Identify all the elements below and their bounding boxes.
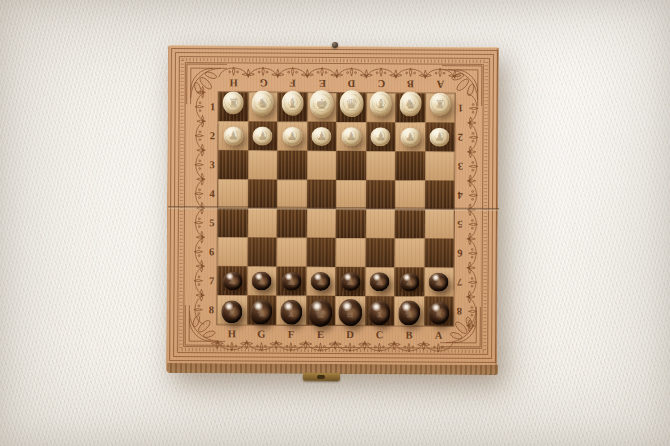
square-g6[interactable]: [247, 237, 277, 266]
brass-clasp[interactable]: [303, 373, 340, 381]
file-label-bottom-d: D: [335, 328, 365, 340]
square-h5[interactable]: [218, 208, 248, 237]
piece-white-pawn-h2[interactable]: ♟: [223, 126, 243, 145]
square-h2[interactable]: ♟: [218, 121, 248, 150]
hinge-screw: [332, 42, 338, 48]
file-label-bottom-b: B: [394, 328, 424, 340]
square-a8[interactable]: ♜: [424, 297, 454, 326]
fur-backdrop: HGFEDCBA HGFEDCBA 12345678 12345678 ♜♞♝♚…: [0, 0, 670, 446]
rank-label-left-8: 8: [205, 295, 217, 324]
square-d1[interactable]: ♛: [337, 93, 367, 122]
square-c6[interactable]: [365, 238, 395, 267]
piece-black-knight-g8[interactable]: ♞: [251, 300, 273, 325]
rank-label-right-4: 4: [454, 181, 466, 210]
file-label-top-d: D: [337, 78, 367, 90]
square-a1[interactable]: ♜: [425, 94, 455, 123]
piece-white-pawn-e2[interactable]: ♟: [312, 127, 332, 146]
square-b7[interactable]: ♟: [394, 267, 424, 296]
square-g3[interactable]: [248, 150, 278, 179]
square-h6[interactable]: [218, 237, 248, 266]
square-a4[interactable]: [425, 181, 455, 210]
file-label-top-c: C: [366, 78, 396, 90]
piece-white-queen-d1[interactable]: ♛: [339, 90, 363, 117]
square-f2[interactable]: ♟: [277, 122, 307, 151]
square-d2[interactable]: ♟: [336, 122, 366, 151]
square-g5[interactable]: [247, 208, 277, 237]
piece-black-bishop-f8[interactable]: ♝: [280, 300, 302, 325]
piece-white-rook-h1[interactable]: ♜: [223, 91, 244, 114]
square-c4[interactable]: [366, 180, 396, 209]
square-e1[interactable]: ♚: [307, 93, 337, 122]
rank-label-right-6: 6: [454, 239, 466, 268]
square-e6[interactable]: [306, 238, 336, 267]
piece-black-pawn-f7[interactable]: ♟: [281, 272, 301, 291]
file-label-top-b: B: [396, 78, 426, 90]
square-h3[interactable]: [218, 150, 248, 179]
file-labels-top: HGFEDCBA: [219, 77, 455, 90]
rank-label-left-3: 3: [206, 150, 218, 179]
square-b1[interactable]: ♞: [396, 93, 426, 122]
square-h4[interactable]: [218, 179, 248, 208]
square-d5[interactable]: [336, 209, 366, 238]
square-c7[interactable]: ♟: [365, 267, 395, 296]
square-f6[interactable]: [277, 238, 307, 267]
square-f3[interactable]: [277, 151, 307, 180]
rank-label-left-4: 4: [206, 179, 218, 208]
file-label-bottom-f: F: [276, 328, 306, 340]
file-label-top-e: E: [307, 78, 337, 90]
square-f1[interactable]: ♝: [278, 93, 308, 122]
file-label-bottom-a: A: [424, 329, 454, 341]
piece-black-pawn-d7[interactable]: ♟: [340, 272, 360, 291]
square-c1[interactable]: ♝: [366, 93, 396, 122]
rank-label-right-1: 1: [455, 94, 467, 123]
piece-black-pawn-c7[interactable]: ♟: [370, 272, 390, 291]
square-c5[interactable]: [365, 209, 395, 238]
piece-white-knight-b1[interactable]: ♞: [399, 91, 421, 116]
piece-white-bishop-f1[interactable]: ♝: [281, 91, 303, 116]
rank-label-right-3: 3: [454, 152, 466, 181]
square-c3[interactable]: [366, 151, 396, 180]
square-g7[interactable]: ♟: [247, 266, 277, 295]
square-d3[interactable]: [336, 151, 366, 180]
square-e2[interactable]: ♟: [307, 122, 337, 151]
file-label-top-f: F: [278, 78, 308, 90]
file-label-bottom-h: H: [217, 327, 247, 339]
piece-white-pawn-b2[interactable]: ♟: [400, 127, 420, 146]
square-a6[interactable]: [424, 239, 454, 268]
file-label-top-g: G: [248, 77, 278, 89]
square-b8[interactable]: ♞: [394, 296, 424, 325]
square-b3[interactable]: [395, 151, 425, 180]
rank-label-left-5: 5: [206, 208, 218, 237]
file-label-bottom-g: G: [247, 327, 277, 339]
square-e5[interactable]: [306, 209, 336, 238]
square-d6[interactable]: [336, 238, 366, 267]
piece-black-bishop-c8[interactable]: ♝: [369, 300, 391, 325]
square-e3[interactable]: [307, 151, 337, 180]
square-b6[interactable]: [395, 238, 425, 267]
piece-black-pawn-g7[interactable]: ♟: [252, 272, 272, 291]
square-g4[interactable]: [248, 179, 278, 208]
piece-white-pawn-g2[interactable]: ♟: [253, 127, 273, 146]
piece-white-king-e1[interactable]: ♚: [310, 89, 334, 117]
piece-white-pawn-f2[interactable]: ♟: [282, 127, 302, 146]
rank-label-left-7: 7: [205, 266, 217, 295]
square-a2[interactable]: ♟: [425, 123, 455, 152]
square-d4[interactable]: [336, 180, 366, 209]
square-d7[interactable]: ♟: [335, 267, 365, 296]
piece-black-knight-b8[interactable]: ♞: [398, 300, 420, 325]
rank-label-left-2: 2: [206, 121, 218, 150]
piece-black-rook-h8[interactable]: ♜: [222, 300, 243, 323]
piece-white-rook-a1[interactable]: ♜: [429, 93, 450, 116]
piece-black-pawn-e7[interactable]: ♟: [311, 272, 331, 291]
piece-white-pawn-c2[interactable]: ♟: [371, 127, 391, 146]
square-h8[interactable]: ♜: [217, 295, 247, 324]
square-g8[interactable]: ♞: [247, 295, 277, 324]
square-b5[interactable]: [395, 209, 425, 238]
file-label-top-h: H: [219, 77, 249, 89]
square-g2[interactable]: ♟: [248, 121, 278, 150]
piece-black-rook-a8[interactable]: ♜: [428, 302, 449, 325]
square-f4[interactable]: [277, 180, 307, 209]
square-g1[interactable]: ♞: [248, 92, 278, 121]
square-h1[interactable]: ♜: [219, 92, 249, 121]
piece-white-pawn-a2[interactable]: ♟: [430, 128, 450, 147]
piece-white-knight-g1[interactable]: ♞: [252, 91, 274, 116]
piece-black-queen-d8[interactable]: ♛: [338, 299, 362, 326]
piece-black-pawn-h7[interactable]: ♟: [222, 271, 242, 290]
square-c2[interactable]: ♟: [366, 122, 396, 151]
file-label-bottom-c: C: [365, 328, 395, 340]
rank-label-right-8: 8: [453, 297, 465, 326]
square-a5[interactable]: [424, 210, 454, 239]
square-e8[interactable]: ♚: [306, 296, 336, 325]
square-e7[interactable]: ♟: [306, 267, 336, 296]
file-label-top-a: A: [425, 79, 455, 91]
file-label-bottom-e: E: [306, 328, 336, 340]
rank-label-right-2: 2: [454, 123, 466, 152]
square-b4[interactable]: [395, 180, 425, 209]
piece-black-pawn-a7[interactable]: ♟: [429, 273, 449, 292]
piece-black-pawn-b7[interactable]: ♟: [399, 272, 419, 291]
square-c8[interactable]: ♝: [365, 296, 395, 325]
piece-white-bishop-c1[interactable]: ♝: [370, 91, 392, 116]
square-f8[interactable]: ♝: [276, 296, 306, 325]
square-d8[interactable]: ♛: [335, 296, 365, 325]
square-f5[interactable]: [277, 209, 307, 238]
rank-label-right-5: 5: [454, 210, 466, 239]
square-a3[interactable]: [425, 152, 455, 181]
rank-label-left-1: 1: [207, 92, 219, 121]
piece-black-king-e8[interactable]: ♚: [309, 298, 333, 326]
rank-label-right-7: 7: [453, 268, 465, 297]
square-f7[interactable]: ♟: [276, 267, 306, 296]
piece-white-pawn-d2[interactable]: ♟: [341, 127, 361, 146]
square-h7[interactable]: ♟: [217, 266, 247, 295]
file-labels-bottom: HGFEDCBA: [217, 327, 453, 340]
rank-label-left-6: 6: [206, 237, 218, 266]
square-e4[interactable]: [307, 180, 337, 209]
square-a7[interactable]: ♟: [424, 268, 454, 297]
chess-board: HGFEDCBA HGFEDCBA 12345678 12345678 ♜♞♝♚…: [166, 45, 499, 374]
square-b2[interactable]: ♟: [395, 122, 425, 151]
